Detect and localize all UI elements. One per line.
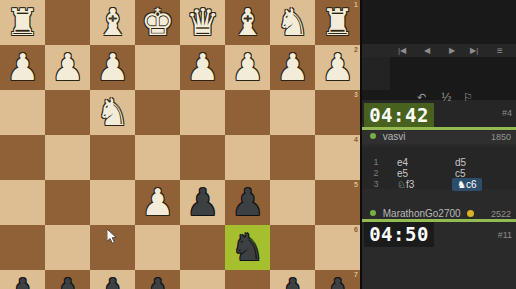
square-d4[interactable] bbox=[180, 135, 225, 180]
rank-label: 4 bbox=[354, 136, 358, 143]
square-h4[interactable] bbox=[0, 135, 45, 180]
black-move[interactable]: d5 bbox=[455, 157, 466, 168]
black-pawn: ♟ bbox=[270, 270, 315, 289]
square-a3[interactable]: 3 bbox=[315, 90, 360, 135]
square-b2[interactable]: ♟ bbox=[270, 45, 315, 90]
square-f3[interactable]: ♞ bbox=[90, 90, 135, 135]
top-player-row: vasvi 1850 bbox=[362, 131, 516, 144]
square-d5[interactable]: ♟ bbox=[180, 180, 225, 225]
square-d1[interactable]: ♛ bbox=[180, 0, 225, 45]
action-buttons: ↶ ½ ⚐ bbox=[362, 90, 516, 105]
square-g6[interactable] bbox=[45, 225, 90, 270]
square-d6[interactable] bbox=[180, 225, 225, 270]
square-e5[interactable]: ♟ bbox=[135, 180, 180, 225]
square-d7[interactable] bbox=[180, 270, 225, 289]
square-b4[interactable] bbox=[270, 135, 315, 180]
white-pawn: ♟ bbox=[135, 180, 180, 225]
square-b3[interactable] bbox=[270, 90, 315, 135]
first-move-button[interactable]: |◀ bbox=[398, 44, 406, 57]
white-knight: ♞ bbox=[270, 0, 315, 45]
square-f4[interactable] bbox=[90, 135, 135, 180]
black-pawn: ♟ bbox=[90, 270, 135, 289]
square-a4[interactable]: 4 bbox=[315, 135, 360, 180]
square-e2[interactable] bbox=[135, 45, 180, 90]
black-pawn: ♟ bbox=[135, 270, 180, 289]
white-bishop: ♝ bbox=[225, 0, 270, 45]
move-number-column bbox=[362, 57, 390, 90]
square-f5[interactable] bbox=[90, 180, 135, 225]
online-dot-icon bbox=[370, 210, 376, 216]
rank-label: 6 bbox=[354, 226, 358, 233]
square-g1[interactable] bbox=[45, 0, 90, 45]
square-a5[interactable]: 5 bbox=[315, 180, 360, 225]
square-f7[interactable]: ♟ bbox=[90, 270, 135, 289]
square-g4[interactable] bbox=[45, 135, 90, 180]
top-player-name[interactable]: vasvi bbox=[383, 131, 406, 142]
square-a1[interactable]: 1♜ bbox=[315, 0, 360, 45]
square-a6[interactable]: 6 bbox=[315, 225, 360, 270]
square-h7[interactable]: ♟ bbox=[0, 270, 45, 289]
rank-label: 5 bbox=[354, 181, 358, 188]
black-pawn: ♟ bbox=[225, 180, 270, 225]
move-row: 3♘f3♞c6 bbox=[362, 179, 516, 190]
square-d3[interactable] bbox=[180, 90, 225, 135]
top-clock-bar bbox=[362, 127, 516, 130]
square-f2[interactable]: ♟ bbox=[90, 45, 135, 90]
square-f6[interactable] bbox=[90, 225, 135, 270]
white-pawn: ♟ bbox=[180, 45, 225, 90]
square-e3[interactable] bbox=[135, 90, 180, 135]
move-number: 3 bbox=[362, 179, 390, 190]
square-c1[interactable]: ♝ bbox=[225, 0, 270, 45]
square-h3[interactable] bbox=[0, 90, 45, 135]
black-pawn: ♟ bbox=[180, 180, 225, 225]
white-rook: ♜ bbox=[0, 0, 45, 45]
white-pawn: ♟ bbox=[45, 45, 90, 90]
online-dot-icon bbox=[370, 133, 376, 139]
square-b6[interactable] bbox=[270, 225, 315, 270]
bottom-player-rating: 2522 bbox=[491, 209, 511, 219]
square-c7[interactable] bbox=[225, 270, 270, 289]
sidebar: 04:42 #4 vasvi 1850 |◀ ◀ ▶ ▶| ≡ ↶ ½ ⚐ Ma… bbox=[360, 0, 516, 289]
white-move[interactable]: e4 bbox=[397, 157, 408, 168]
white-king: ♚ bbox=[135, 0, 180, 45]
white-knight: ♞ bbox=[90, 90, 135, 135]
square-b1[interactable]: ♞ bbox=[270, 0, 315, 45]
black-pawn: ♟ bbox=[0, 270, 45, 289]
black-knight: ♞ bbox=[225, 225, 270, 270]
prev-move-button[interactable]: ◀ bbox=[424, 44, 430, 57]
square-e6[interactable] bbox=[135, 225, 180, 270]
square-c5[interactable]: ♟ bbox=[225, 180, 270, 225]
rank-label: 1 bbox=[354, 1, 358, 8]
white-pawn: ♟ bbox=[90, 45, 135, 90]
bottom-clock-row: 04:50 #11 bbox=[362, 222, 516, 248]
square-e7[interactable]: ♟ bbox=[135, 270, 180, 289]
black-pawn: ♟ bbox=[45, 270, 90, 289]
next-move-button[interactable]: ▶ bbox=[449, 44, 455, 57]
rank-label: 7 bbox=[354, 271, 358, 278]
chess-board[interactable]: ♜♝♚♛♝♞1♜♟♟♟♟♟♟2♟♞34♟♟♟5♞6♟♟♟♟♟7♟♜♞♝♚♛♝8♜ bbox=[0, 0, 360, 289]
square-b5[interactable] bbox=[270, 180, 315, 225]
patron-badge-icon bbox=[467, 210, 474, 217]
white-pawn: ♟ bbox=[270, 45, 315, 90]
resign-flag-icon[interactable]: ⚐ bbox=[463, 90, 473, 105]
square-c6[interactable]: ♞ bbox=[225, 225, 270, 270]
square-g7[interactable]: ♟ bbox=[45, 270, 90, 289]
square-e4[interactable] bbox=[135, 135, 180, 180]
white-move[interactable]: e5 bbox=[397, 168, 408, 179]
square-g3[interactable] bbox=[45, 90, 90, 135]
top-player-clock: 04:42 bbox=[364, 103, 434, 127]
move-row: 1e4d5 bbox=[362, 157, 516, 168]
move-number: 2 bbox=[362, 168, 390, 179]
white-move[interactable]: ♘f3 bbox=[397, 179, 414, 190]
square-c4[interactable] bbox=[225, 135, 270, 180]
move-number: 1 bbox=[362, 157, 390, 168]
square-e1[interactable]: ♚ bbox=[135, 0, 180, 45]
menu-icon[interactable]: ≡ bbox=[497, 44, 503, 57]
white-pawn: ♟ bbox=[225, 45, 270, 90]
square-h5[interactable] bbox=[0, 180, 45, 225]
active-move[interactable]: ♞c6 bbox=[452, 178, 482, 191]
rank-label: 3 bbox=[354, 91, 358, 98]
white-queen: ♛ bbox=[180, 0, 225, 45]
top-game-number: #4 bbox=[502, 108, 512, 118]
square-g5[interactable] bbox=[45, 180, 90, 225]
square-c3[interactable] bbox=[225, 90, 270, 135]
draw-offer-button[interactable]: ½ bbox=[441, 90, 452, 105]
bottom-player-clock: 04:50 bbox=[364, 222, 434, 247]
bottom-game-number: #11 bbox=[498, 230, 512, 240]
rank-label: 2 bbox=[354, 46, 358, 53]
last-move-button[interactable]: ▶| bbox=[470, 44, 478, 57]
square-h1[interactable]: ♜ bbox=[0, 0, 45, 45]
square-a7[interactable]: 7♟ bbox=[315, 270, 360, 289]
move-controls: |◀ ◀ ▶ ▶| ≡ bbox=[362, 44, 516, 57]
takeback-icon[interactable]: ↶ bbox=[417, 90, 426, 105]
square-c2[interactable]: ♟ bbox=[225, 45, 270, 90]
square-d2[interactable]: ♟ bbox=[180, 45, 225, 90]
white-pawn: ♟ bbox=[0, 45, 45, 90]
bottom-player-name[interactable]: MarathonGo2700 bbox=[383, 208, 461, 219]
square-b7[interactable]: ♟ bbox=[270, 270, 315, 289]
white-bishop: ♝ bbox=[90, 0, 135, 45]
game-screen: ♜♝♚♛♝♞1♜♟♟♟♟♟♟2♟♞34♟♟♟5♞6♟♟♟♟♟7♟♜♞♝♚♛♝8♜… bbox=[0, 0, 516, 289]
square-a2[interactable]: 2♟ bbox=[315, 45, 360, 90]
square-g2[interactable]: ♟ bbox=[45, 45, 90, 90]
square-h6[interactable] bbox=[0, 225, 45, 270]
square-h2[interactable]: ♟ bbox=[0, 45, 45, 90]
square-f1[interactable]: ♝ bbox=[90, 0, 135, 45]
top-player-rating: 1850 bbox=[491, 132, 511, 142]
move-row: 2e5c5 bbox=[362, 168, 516, 179]
